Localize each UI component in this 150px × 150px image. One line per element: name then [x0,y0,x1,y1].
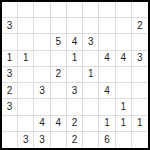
cell-r9c1[interactable] [2,132,18,148]
cell-r9c5-clue-2: 2 [67,132,83,148]
cell-r1c1[interactable] [2,2,18,18]
cell-r3c1[interactable] [2,34,18,50]
cell-r2c9-clue-2: 2 [132,18,148,34]
cell-r6c7-clue-4: 4 [99,83,115,99]
cell-r4c8-clue-4: 4 [116,51,132,67]
cell-r5c2[interactable] [18,67,34,83]
cell-r4c7-clue-4: 4 [99,51,115,67]
cell-r5c9[interactable] [132,67,148,83]
cell-r2c5[interactable] [67,18,83,34]
cell-r4c9-clue-3: 3 [132,51,148,67]
cell-r3c2[interactable] [18,34,34,50]
cell-r1c3[interactable] [34,2,50,18]
cell-r4c2-clue-1: 1 [18,51,34,67]
cell-r2c8[interactable] [116,18,132,34]
cell-r7c8-clue-1: 1 [116,99,132,115]
cell-r5c4-clue-2: 2 [51,67,67,83]
cell-r2c4[interactable] [51,18,67,34]
cell-r6c9[interactable] [132,83,148,99]
cell-r2c6[interactable] [83,18,99,34]
cell-r3c7[interactable] [99,34,115,50]
cell-r8c7-clue-1: 1 [99,116,115,132]
cell-r7c2[interactable] [18,99,34,115]
cell-r9c6[interactable] [83,132,99,148]
cell-r3c6-clue-3: 3 [83,34,99,50]
cell-r9c8[interactable] [116,132,132,148]
cell-r7c3[interactable] [34,99,50,115]
cell-r6c3-clue-3: 3 [34,83,50,99]
cell-r3c8[interactable] [116,34,132,50]
minesweeper-board: 325431114433212334314421113326 [0,0,150,150]
cell-r9c7-clue-6: 6 [99,132,115,148]
cell-r7c9[interactable] [132,99,148,115]
cell-r9c2-clue-3: 3 [18,132,34,148]
cell-r3c5-clue-4: 4 [67,34,83,50]
cell-r8c2[interactable] [18,116,34,132]
cell-r6c6[interactable] [83,83,99,99]
cell-r6c1-clue-2: 2 [2,83,18,99]
cell-r1c4[interactable] [51,2,67,18]
cell-r5c8[interactable] [116,67,132,83]
cell-r7c6[interactable] [83,99,99,115]
cell-r5c5[interactable] [67,67,83,83]
cell-r8c1[interactable] [2,116,18,132]
cell-r2c7[interactable] [99,18,115,34]
cell-r8c4-clue-4: 4 [51,116,67,132]
cell-r3c4-clue-5: 5 [51,34,67,50]
cell-r4c4[interactable] [51,51,67,67]
cell-r7c7[interactable] [99,99,115,115]
cell-r2c3[interactable] [34,18,50,34]
cell-r8c6[interactable] [83,116,99,132]
cell-r6c2[interactable] [18,83,34,99]
cell-r9c4[interactable] [51,132,67,148]
cell-r6c5-clue-3: 3 [67,83,83,99]
cell-r1c2[interactable] [18,2,34,18]
cell-r6c8[interactable] [116,83,132,99]
cell-r5c7[interactable] [99,67,115,83]
cell-r4c3[interactable] [34,51,50,67]
cell-r2c2[interactable] [18,18,34,34]
cell-r4c6[interactable] [83,51,99,67]
cell-r4c1-clue-1: 1 [2,51,18,67]
cell-r1c7[interactable] [99,2,115,18]
cell-r4c5-clue-1: 1 [67,51,83,67]
cell-r2c1-clue-3: 3 [2,18,18,34]
cell-r3c9[interactable] [132,34,148,50]
cell-r1c9[interactable] [132,2,148,18]
cell-r5c6-clue-1: 1 [83,67,99,83]
cell-r8c9-clue-1: 1 [132,116,148,132]
cell-r1c8[interactable] [116,2,132,18]
cell-r6c4[interactable] [51,83,67,99]
cell-r7c1-clue-3: 3 [2,99,18,115]
cell-r1c5[interactable] [67,2,83,18]
cell-r5c1-clue-3: 3 [2,67,18,83]
cell-r8c5-clue-2: 2 [67,116,83,132]
cell-r3c3[interactable] [34,34,50,50]
cell-r8c8-clue-1: 1 [116,116,132,132]
cell-r7c5[interactable] [67,99,83,115]
cell-r9c3-clue-3: 3 [34,132,50,148]
cell-r8c3-clue-4: 4 [34,116,50,132]
cell-r9c9[interactable] [132,132,148,148]
cell-r7c4[interactable] [51,99,67,115]
cell-r1c6[interactable] [83,2,99,18]
cell-r5c3[interactable] [34,67,50,83]
